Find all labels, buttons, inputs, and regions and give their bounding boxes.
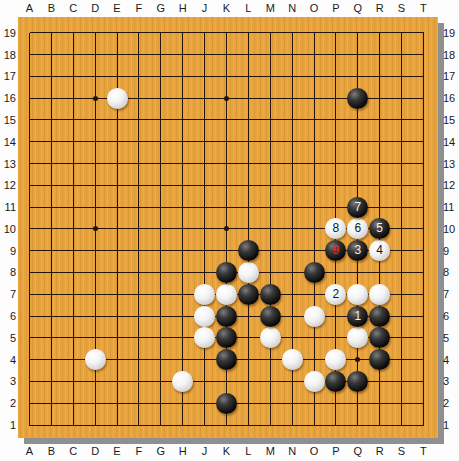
coord-label-bottom-O: O bbox=[305, 444, 323, 458]
coord-label-left-9: 9 bbox=[0, 244, 16, 258]
coord-label-left-15: 15 bbox=[0, 113, 16, 127]
coord-label-left-12: 12 bbox=[0, 178, 16, 192]
coord-label-left-6: 6 bbox=[0, 309, 16, 323]
coord-label-bottom-R: R bbox=[371, 444, 389, 458]
coord-label-top-H: H bbox=[174, 1, 192, 15]
coord-label-right-13: 13 bbox=[443, 157, 459, 171]
coord-label-bottom-H: H bbox=[174, 444, 192, 458]
coord-label-right-14: 14 bbox=[443, 135, 459, 149]
coord-label-right-8: 8 bbox=[443, 265, 459, 279]
coord-label-left-19: 19 bbox=[0, 26, 16, 40]
coord-label-top-S: S bbox=[393, 1, 411, 15]
coord-label-bottom-A: A bbox=[21, 444, 39, 458]
coord-label-left-17: 17 bbox=[0, 69, 16, 83]
coord-label-bottom-J: J bbox=[196, 444, 214, 458]
coord-label-bottom-T: T bbox=[414, 444, 432, 458]
coord-label-bottom-G: G bbox=[152, 444, 170, 458]
coord-label-left-10: 10 bbox=[0, 222, 16, 236]
coord-label-left-11: 11 bbox=[0, 200, 16, 214]
coord-label-right-10: 10 bbox=[443, 222, 459, 236]
coord-label-right-12: 12 bbox=[443, 178, 459, 192]
coord-label-bottom-D: D bbox=[86, 444, 104, 458]
coord-label-bottom-E: E bbox=[108, 444, 126, 458]
coord-label-left-3: 3 bbox=[0, 374, 16, 388]
coord-label-right-19: 19 bbox=[443, 26, 459, 40]
coord-label-top-F: F bbox=[130, 1, 148, 15]
coord-label-bottom-K: K bbox=[217, 444, 235, 458]
coord-label-bottom-C: C bbox=[64, 444, 82, 458]
coord-label-bottom-S: S bbox=[393, 444, 411, 458]
coord-label-right-5: 5 bbox=[443, 331, 459, 345]
coord-label-left-14: 14 bbox=[0, 135, 16, 149]
coord-label-top-J: J bbox=[196, 1, 214, 15]
coord-label-right-15: 15 bbox=[443, 113, 459, 127]
coord-label-top-O: O bbox=[305, 1, 323, 15]
coord-label-top-D: D bbox=[86, 1, 104, 15]
coord-label-top-E: E bbox=[108, 1, 126, 15]
coord-label-left-7: 7 bbox=[0, 287, 16, 301]
coord-label-right-6: 6 bbox=[443, 309, 459, 323]
coord-label-left-13: 13 bbox=[0, 157, 16, 171]
coord-label-top-R: R bbox=[371, 1, 389, 15]
coord-label-left-1: 1 bbox=[0, 418, 16, 432]
coord-label-left-18: 18 bbox=[0, 48, 16, 62]
coord-label-bottom-M: M bbox=[261, 444, 279, 458]
coord-label-top-L: L bbox=[239, 1, 257, 15]
coord-label-top-A: A bbox=[21, 1, 39, 15]
coord-label-right-2: 2 bbox=[443, 396, 459, 410]
coord-label-left-4: 4 bbox=[0, 353, 16, 367]
coord-label-right-7: 7 bbox=[443, 287, 459, 301]
coord-label-bottom-L: L bbox=[239, 444, 257, 458]
coord-label-right-9: 9 bbox=[443, 244, 459, 258]
coord-label-top-K: K bbox=[217, 1, 235, 15]
coord-label-right-4: 4 bbox=[443, 353, 459, 367]
coord-label-bottom-B: B bbox=[42, 444, 60, 458]
go-diagram: AABBCCDDEEFFGGHHJJKKLLMMNNOOPPQQRRSSTT19… bbox=[0, 0, 459, 461]
coord-label-left-5: 5 bbox=[0, 331, 16, 345]
coord-label-bottom-F: F bbox=[130, 444, 148, 458]
coord-label-bottom-N: N bbox=[283, 444, 301, 458]
coord-label-top-G: G bbox=[152, 1, 170, 15]
coord-label-right-11: 11 bbox=[443, 200, 459, 214]
coord-label-right-17: 17 bbox=[443, 69, 459, 83]
coord-label-right-1: 1 bbox=[443, 418, 459, 432]
coord-label-top-B: B bbox=[42, 1, 60, 15]
coord-label-left-8: 8 bbox=[0, 265, 16, 279]
coord-label-bottom-Q: Q bbox=[349, 444, 367, 458]
coord-label-bottom-P: P bbox=[327, 444, 345, 458]
coord-label-left-2: 2 bbox=[0, 396, 16, 410]
coord-label-top-Q: Q bbox=[349, 1, 367, 15]
coord-label-top-T: T bbox=[414, 1, 432, 15]
coord-label-left-16: 16 bbox=[0, 91, 16, 105]
coord-label-top-C: C bbox=[64, 1, 82, 15]
coord-label-right-18: 18 bbox=[443, 48, 459, 62]
coord-label-top-P: P bbox=[327, 1, 345, 15]
coord-label-right-16: 16 bbox=[443, 91, 459, 105]
goban[interactable] bbox=[18, 17, 438, 438]
coord-label-right-3: 3 bbox=[443, 374, 459, 388]
coord-label-top-N: N bbox=[283, 1, 301, 15]
coord-label-top-M: M bbox=[261, 1, 279, 15]
